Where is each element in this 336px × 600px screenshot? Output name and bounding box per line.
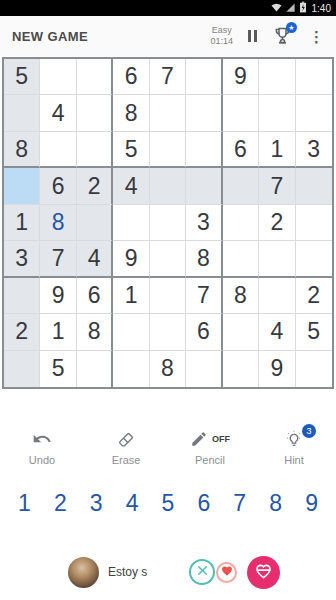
cell-r7c4[interactable]: 1 xyxy=(113,278,149,314)
trophy-icon xyxy=(272,32,293,49)
cell-r1c7[interactable]: 9 xyxy=(223,59,259,95)
app-bar: NEW GAME Easy 01:14 ★ ⋮ xyxy=(0,16,336,56)
trophy-button[interactable]: ★ xyxy=(272,25,294,47)
cell-r8c9[interactable]: 5 xyxy=(296,314,332,350)
cell-r9c5[interactable]: 8 xyxy=(150,351,186,387)
cell-r6c1[interactable]: 3 xyxy=(4,241,40,277)
numpad-3[interactable]: 3 xyxy=(86,488,107,519)
cell-r4c4[interactable]: 4 xyxy=(113,168,149,204)
cell-r6c2[interactable]: 7 xyxy=(40,241,76,277)
numpad-2[interactable]: 2 xyxy=(50,488,71,519)
cell-r8c3[interactable]: 8 xyxy=(77,314,113,350)
cell-r4c8[interactable]: 7 xyxy=(259,168,295,204)
trophy-badge-star-icon: ★ xyxy=(286,22,297,33)
cell-r5c5[interactable] xyxy=(150,205,186,241)
cell-r8c2[interactable]: 1 xyxy=(40,314,76,350)
cell-r7c7[interactable]: 8 xyxy=(223,278,259,314)
cell-r2c7[interactable] xyxy=(223,95,259,131)
cell-r1c2[interactable] xyxy=(40,59,76,95)
page-title: NEW GAME xyxy=(12,29,88,44)
ad-banner[interactable]: Estoy s xyxy=(0,544,336,600)
battery-icon xyxy=(299,0,307,17)
hint-count-badge: 3 xyxy=(302,424,316,438)
cell-r4c1[interactable] xyxy=(4,168,40,204)
erase-button[interactable]: Erase xyxy=(84,429,168,466)
cell-r9c4[interactable] xyxy=(113,351,149,387)
hint-icon: 3 xyxy=(284,429,304,449)
signal-icon xyxy=(285,0,296,17)
cell-r2c6[interactable] xyxy=(186,95,222,131)
pencil-label: Pencil xyxy=(195,454,225,466)
sudoku-board: 567948856136247183237498961782218645589 xyxy=(2,57,334,389)
cell-r4c2[interactable]: 6 xyxy=(40,168,76,204)
numpad-9[interactable]: 9 xyxy=(301,488,322,519)
hint-button[interactable]: 3Hint xyxy=(252,429,336,466)
cell-r2c4[interactable]: 8 xyxy=(113,95,149,131)
difficulty-label: Easy xyxy=(210,25,233,36)
cell-r5c1[interactable]: 1 xyxy=(4,205,40,241)
cell-r5c2[interactable]: 8 xyxy=(40,205,76,241)
cell-r2c5[interactable] xyxy=(150,95,186,131)
cell-r1c9[interactable] xyxy=(296,59,332,95)
cell-r9c3[interactable] xyxy=(77,351,113,387)
cell-r5c3[interactable] xyxy=(77,205,113,241)
cell-r9c7[interactable] xyxy=(223,351,259,387)
cell-r3c4[interactable]: 5 xyxy=(113,132,149,168)
undo-icon xyxy=(32,429,52,449)
heart-icon xyxy=(221,563,233,581)
avatar xyxy=(68,557,99,588)
cell-r9c2[interactable]: 5 xyxy=(40,351,76,387)
cell-r6c6[interactable]: 8 xyxy=(186,241,222,277)
cell-r7c3[interactable]: 6 xyxy=(77,278,113,314)
close-icon xyxy=(196,563,209,581)
cell-r4c5[interactable] xyxy=(150,168,186,204)
cell-r3c3[interactable] xyxy=(77,132,113,168)
cell-r5c6[interactable]: 3 xyxy=(186,205,222,241)
cell-r9c6[interactable] xyxy=(186,351,222,387)
ad-dismiss-button[interactable] xyxy=(189,559,215,585)
cell-r7c6[interactable]: 7 xyxy=(186,278,222,314)
cell-r6c4[interactable]: 9 xyxy=(113,241,149,277)
cell-r9c1[interactable] xyxy=(4,351,40,387)
ad-like-button[interactable] xyxy=(216,562,237,583)
hint-label: Hint xyxy=(284,454,304,466)
heart-logo-icon xyxy=(252,559,275,586)
numpad-7[interactable]: 7 xyxy=(229,488,250,519)
numpad-1[interactable]: 1 xyxy=(14,488,35,519)
cell-r4c9[interactable] xyxy=(296,168,332,204)
cell-r9c8[interactable]: 9 xyxy=(259,351,295,387)
numpad-4[interactable]: 4 xyxy=(122,488,143,519)
cell-r5c7[interactable] xyxy=(223,205,259,241)
cell-r2c3[interactable] xyxy=(77,95,113,131)
erase-icon xyxy=(117,429,136,449)
wifi-icon xyxy=(271,0,282,17)
numpad-6[interactable]: 6 xyxy=(193,488,214,519)
cell-r2c9[interactable] xyxy=(296,95,332,131)
cell-r8c1[interactable]: 2 xyxy=(4,314,40,350)
cell-r6c7[interactable] xyxy=(223,241,259,277)
cell-r3c9[interactable]: 3 xyxy=(296,132,332,168)
cell-r7c1[interactable] xyxy=(4,278,40,314)
cell-r6c5[interactable] xyxy=(150,241,186,277)
cell-r2c2[interactable]: 4 xyxy=(40,95,76,131)
cell-r4c6[interactable] xyxy=(186,168,222,204)
cell-r3c8[interactable]: 1 xyxy=(259,132,295,168)
difficulty-timer: Easy 01:14 xyxy=(210,25,233,48)
undo-button[interactable]: Undo xyxy=(0,429,84,466)
overflow-menu-button[interactable]: ⋮ xyxy=(307,29,326,44)
cell-r9c9[interactable] xyxy=(296,351,332,387)
cell-r5c4[interactable] xyxy=(113,205,149,241)
cell-r6c8[interactable] xyxy=(259,241,295,277)
cell-r2c1[interactable] xyxy=(4,95,40,131)
cell-r6c9[interactable] xyxy=(296,241,332,277)
pause-button[interactable] xyxy=(246,28,259,44)
ad-profile-name: Estoy s xyxy=(108,565,147,579)
cell-r1c4[interactable]: 6 xyxy=(113,59,149,95)
pencil-icon: OFF xyxy=(190,429,230,449)
cell-r7c2[interactable]: 9 xyxy=(40,278,76,314)
cell-r3c5[interactable] xyxy=(150,132,186,168)
cell-r1c8[interactable] xyxy=(259,59,295,95)
cell-r1c1[interactable]: 5 xyxy=(4,59,40,95)
cell-r1c5[interactable]: 7 xyxy=(150,59,186,95)
cell-r5c8[interactable]: 2 xyxy=(259,205,295,241)
cell-r7c9[interactable]: 2 xyxy=(296,278,332,314)
ad-open-app-button[interactable] xyxy=(247,556,280,589)
cell-r3c6[interactable] xyxy=(186,132,222,168)
cell-r5c9[interactable] xyxy=(296,205,332,241)
cell-r7c8[interactable] xyxy=(259,278,295,314)
erase-label: Erase xyxy=(112,454,141,466)
cell-r8c4[interactable] xyxy=(113,314,149,350)
cell-r4c7[interactable] xyxy=(223,168,259,204)
sudoku-app-screen: 1:40 NEW GAME Easy 01:14 ★ ⋮ 56794885613… xyxy=(0,0,336,600)
cell-r8c8[interactable]: 4 xyxy=(259,314,295,350)
pencil-button[interactable]: OFFPencil xyxy=(168,429,252,466)
cell-r8c5[interactable] xyxy=(150,314,186,350)
pencil-state-badge: OFF xyxy=(212,434,230,444)
toolbar: UndoEraseOFFPencil3Hint xyxy=(0,429,336,466)
cell-r7c5[interactable] xyxy=(150,278,186,314)
numpad-8[interactable]: 8 xyxy=(265,488,286,519)
cell-r6c3[interactable]: 4 xyxy=(77,241,113,277)
status-time: 1:40 xyxy=(312,3,331,14)
timer-value: 01:14 xyxy=(210,36,233,47)
cell-r1c3[interactable] xyxy=(77,59,113,95)
status-bar: 1:40 xyxy=(0,0,336,16)
cell-r8c7[interactable] xyxy=(223,314,259,350)
cell-r3c7[interactable]: 6 xyxy=(223,132,259,168)
cell-r1c6[interactable] xyxy=(186,59,222,95)
cell-r4c3[interactable]: 2 xyxy=(77,168,113,204)
cell-r2c8[interactable] xyxy=(259,95,295,131)
cell-r3c1[interactable]: 8 xyxy=(4,132,40,168)
cell-r3c2[interactable] xyxy=(40,132,76,168)
number-pad: 123456789 xyxy=(0,488,336,519)
cell-r8c6[interactable]: 6 xyxy=(186,314,222,350)
numpad-5[interactable]: 5 xyxy=(158,488,179,519)
undo-label: Undo xyxy=(29,454,55,466)
